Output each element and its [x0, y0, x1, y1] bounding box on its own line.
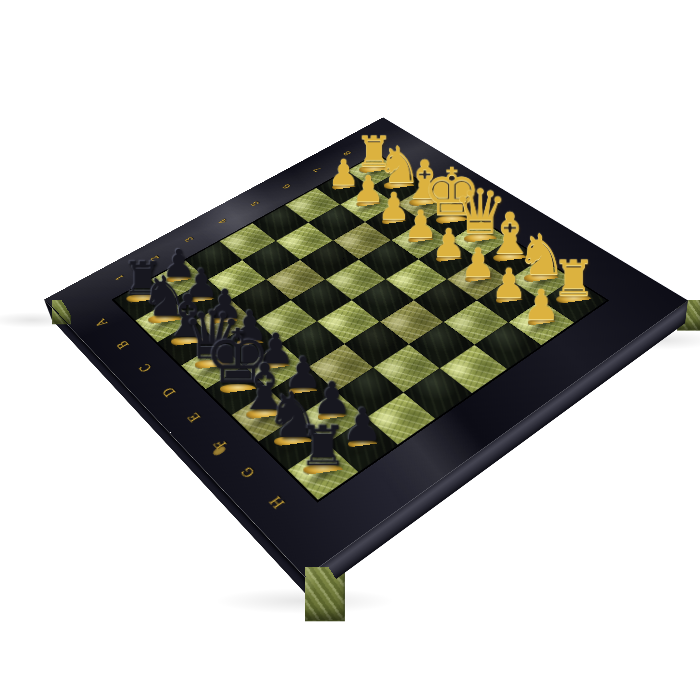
product-photo: ABCDEFGH12345678♜♟♞♟♝♟♚♟♟♛♜♟♟♝♞♟♟♞♝♟♟♜♛♟…	[0, 0, 700, 700]
rook-icon: ♜	[271, 420, 375, 473]
board-plane: ABCDEFGH12345678♜♟♞♟♝♟♚♟♟♛♜♟♟♝♞♟♟♞♝♟♟♜♛♟…	[44, 117, 688, 577]
